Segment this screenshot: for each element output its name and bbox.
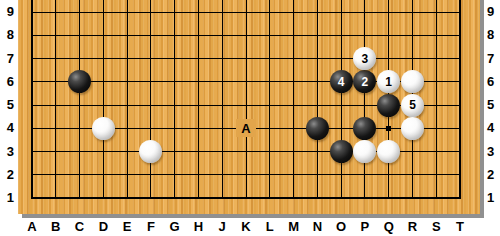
grid-line-col-G bbox=[174, 0, 175, 199]
grid-line-col-E bbox=[127, 0, 128, 199]
go-board[interactable]: A42315 bbox=[18, 0, 480, 214]
row-label-left-5: 5 bbox=[0, 97, 14, 113]
row-label-right-4: 4 bbox=[487, 120, 500, 136]
row-label-left-6: 6 bbox=[0, 74, 14, 90]
row-label-left-8: 8 bbox=[0, 27, 14, 43]
grid-line-col-N bbox=[317, 0, 318, 199]
stone-white-Q3[interactable] bbox=[377, 140, 400, 163]
grid-line-row-2 bbox=[31, 174, 461, 175]
star-point-Q4 bbox=[386, 126, 391, 131]
grid-line-row-9 bbox=[31, 12, 461, 13]
grid-line-col-T bbox=[459, 0, 461, 199]
stone-white-P3[interactable] bbox=[353, 140, 376, 163]
grid-line-col-C bbox=[79, 0, 80, 199]
grid-line-col-H bbox=[198, 0, 199, 199]
grid-line-col-F bbox=[150, 0, 151, 199]
row-label-right-7: 7 bbox=[487, 51, 500, 67]
move-number-label: 3 bbox=[362, 53, 369, 65]
row-label-right-8: 8 bbox=[487, 27, 500, 43]
board-shadow-bottom bbox=[22, 214, 484, 218]
col-label-J: J bbox=[213, 219, 231, 235]
row-label-left-9: 9 bbox=[0, 4, 14, 20]
go-diagram: A42315 998877665544332211ABCDEFGHJKLMNOP… bbox=[0, 0, 500, 236]
row-label-right-1: 1 bbox=[487, 190, 500, 206]
stone-white-Q6[interactable]: 1 bbox=[377, 70, 400, 93]
grid-line-row-1 bbox=[31, 197, 461, 199]
stone-white-D4[interactable] bbox=[92, 117, 115, 140]
row-label-right-2: 2 bbox=[487, 167, 500, 183]
col-label-R: R bbox=[403, 219, 421, 235]
col-label-D: D bbox=[94, 219, 112, 235]
grid-line-row-7 bbox=[31, 58, 461, 59]
col-label-S: S bbox=[427, 219, 445, 235]
grid-line-col-L bbox=[269, 0, 270, 199]
col-label-T: T bbox=[451, 219, 469, 235]
col-label-A: A bbox=[23, 219, 41, 235]
grid-line-col-B bbox=[55, 0, 56, 199]
row-label-left-4: 4 bbox=[0, 120, 14, 136]
col-label-G: G bbox=[166, 219, 184, 235]
grid-line-col-M bbox=[293, 0, 294, 199]
col-label-M: M bbox=[285, 219, 303, 235]
board-shadow-right bbox=[480, 0, 484, 218]
row-label-left-7: 7 bbox=[0, 51, 14, 67]
grid-line-col-A bbox=[31, 0, 33, 199]
stone-black-O6[interactable]: 4 bbox=[330, 70, 353, 93]
grid-line-col-D bbox=[103, 0, 104, 199]
stone-black-O3[interactable] bbox=[330, 140, 353, 163]
row-label-left-2: 2 bbox=[0, 167, 14, 183]
stone-white-F3[interactable] bbox=[139, 140, 162, 163]
stone-white-P7[interactable]: 3 bbox=[353, 47, 376, 70]
col-label-C: C bbox=[71, 219, 89, 235]
col-label-B: B bbox=[47, 219, 65, 235]
move-number-label: 4 bbox=[338, 76, 345, 88]
grid-line-col-O bbox=[341, 0, 342, 199]
move-number-label: 5 bbox=[409, 99, 416, 111]
col-label-P: P bbox=[356, 219, 374, 235]
col-label-H: H bbox=[189, 219, 207, 235]
move-number-label: 2 bbox=[362, 76, 369, 88]
grid-line-col-K bbox=[246, 0, 247, 199]
grid-line-col-P bbox=[364, 0, 365, 199]
col-label-F: F bbox=[142, 219, 160, 235]
stone-white-R6[interactable] bbox=[401, 70, 424, 93]
stone-white-R5[interactable]: 5 bbox=[401, 94, 424, 117]
row-label-left-3: 3 bbox=[0, 144, 14, 160]
row-label-left-1: 1 bbox=[0, 190, 14, 206]
row-label-right-3: 3 bbox=[487, 144, 500, 160]
grid-line-col-J bbox=[222, 0, 223, 199]
col-label-K: K bbox=[237, 219, 255, 235]
col-label-E: E bbox=[118, 219, 136, 235]
col-label-O: O bbox=[332, 219, 350, 235]
grid-line-col-S bbox=[436, 0, 437, 199]
move-number-label: 1 bbox=[385, 76, 392, 88]
col-label-Q: Q bbox=[380, 219, 398, 235]
row-label-right-6: 6 bbox=[487, 74, 500, 90]
stone-black-C6[interactable] bbox=[68, 70, 91, 93]
col-label-L: L bbox=[261, 219, 279, 235]
row-label-right-5: 5 bbox=[487, 97, 500, 113]
stone-black-P4[interactable] bbox=[353, 117, 376, 140]
stone-black-Q5[interactable] bbox=[377, 94, 400, 117]
annotation-A-K4[interactable]: A bbox=[236, 119, 256, 137]
stone-white-R4[interactable] bbox=[401, 117, 424, 140]
grid-line-row-8 bbox=[31, 35, 461, 36]
row-label-right-9: 9 bbox=[487, 4, 500, 20]
col-label-N: N bbox=[308, 219, 326, 235]
stone-black-N4[interactable] bbox=[306, 117, 329, 140]
stone-black-P6[interactable]: 2 bbox=[353, 70, 376, 93]
